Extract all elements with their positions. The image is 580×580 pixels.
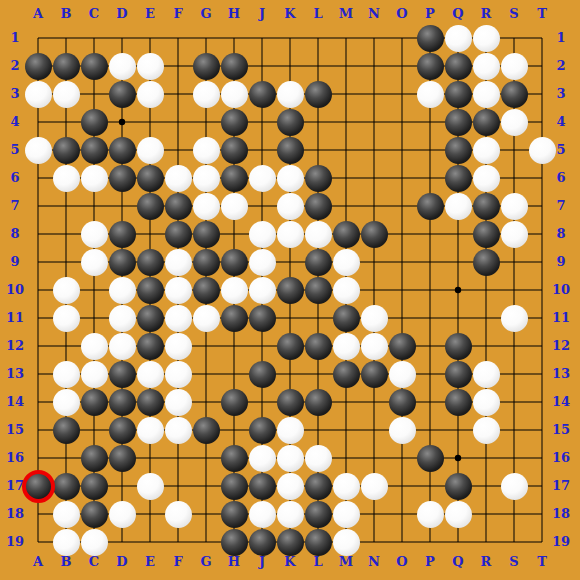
stone-black[interactable] xyxy=(445,389,472,416)
column-label: A xyxy=(24,554,52,570)
column-label: S xyxy=(500,554,528,570)
stone-white[interactable] xyxy=(333,473,360,500)
stone-black[interactable] xyxy=(221,53,248,80)
stone-white[interactable] xyxy=(333,249,360,276)
stone-white[interactable] xyxy=(501,473,528,500)
stone-white[interactable] xyxy=(249,249,276,276)
row-label: 12 xyxy=(1,338,29,354)
stone-white[interactable] xyxy=(165,249,192,276)
column-label: C xyxy=(80,6,108,22)
column-label: D xyxy=(108,554,136,570)
stone-white[interactable] xyxy=(193,81,220,108)
column-label: A xyxy=(24,6,52,22)
row-label: 11 xyxy=(547,310,575,326)
stone-black[interactable] xyxy=(277,109,304,136)
stone-white[interactable] xyxy=(137,137,164,164)
stone-white[interactable] xyxy=(361,473,388,500)
stone-black[interactable] xyxy=(81,109,108,136)
stone-black[interactable] xyxy=(81,473,108,500)
stone-black[interactable] xyxy=(221,529,248,556)
row-label: 14 xyxy=(547,394,575,410)
stone-white[interactable] xyxy=(81,361,108,388)
stone-black[interactable] xyxy=(249,473,276,500)
stone-white[interactable] xyxy=(137,53,164,80)
row-label: 19 xyxy=(1,534,29,550)
stone-black[interactable] xyxy=(445,333,472,360)
stone-white[interactable] xyxy=(221,193,248,220)
star-point xyxy=(455,455,461,461)
row-label: 9 xyxy=(1,254,29,270)
stone-white[interactable] xyxy=(249,277,276,304)
stone-black[interactable] xyxy=(165,193,192,220)
stone-black[interactable] xyxy=(473,221,500,248)
row-label: 1 xyxy=(547,30,575,46)
column-label: L xyxy=(304,554,332,570)
stone-black[interactable] xyxy=(81,501,108,528)
column-label: B xyxy=(52,6,80,22)
stone-black[interactable] xyxy=(389,333,416,360)
column-label: F xyxy=(164,6,192,22)
stone-white[interactable] xyxy=(277,473,304,500)
stone-black[interactable] xyxy=(389,389,416,416)
stone-white[interactable] xyxy=(81,165,108,192)
stone-black[interactable] xyxy=(109,81,136,108)
stone-white[interactable] xyxy=(389,361,416,388)
stone-white[interactable] xyxy=(165,165,192,192)
stone-black[interactable] xyxy=(277,137,304,164)
stone-white[interactable] xyxy=(445,193,472,220)
row-label: 15 xyxy=(547,422,575,438)
stone-white[interactable] xyxy=(501,109,528,136)
row-label: 3 xyxy=(547,86,575,102)
stone-white[interactable] xyxy=(361,333,388,360)
row-label: 8 xyxy=(547,226,575,242)
row-label: 7 xyxy=(547,198,575,214)
stone-white[interactable] xyxy=(137,81,164,108)
stone-white[interactable] xyxy=(193,165,220,192)
column-label: P xyxy=(416,6,444,22)
column-label: H xyxy=(220,6,248,22)
stone-white[interactable] xyxy=(193,305,220,332)
stone-white[interactable] xyxy=(417,501,444,528)
row-label: 18 xyxy=(547,506,575,522)
stone-white[interactable] xyxy=(165,389,192,416)
stone-white[interactable] xyxy=(165,417,192,444)
stone-white[interactable] xyxy=(137,473,164,500)
row-label: 4 xyxy=(547,114,575,130)
stone-white[interactable] xyxy=(249,221,276,248)
stone-white[interactable] xyxy=(109,501,136,528)
column-label: K xyxy=(276,554,304,570)
stone-black[interactable] xyxy=(445,361,472,388)
stone-white[interactable] xyxy=(333,501,360,528)
stone-black[interactable] xyxy=(445,165,472,192)
stone-black[interactable] xyxy=(109,165,136,192)
stone-black[interactable] xyxy=(109,249,136,276)
stone-black[interactable] xyxy=(305,473,332,500)
stone-black[interactable] xyxy=(445,137,472,164)
column-label: G xyxy=(192,554,220,570)
stone-black[interactable] xyxy=(417,445,444,472)
column-label: J xyxy=(248,6,276,22)
stone-white[interactable] xyxy=(109,333,136,360)
stone-black[interactable] xyxy=(249,361,276,388)
stone-black[interactable] xyxy=(193,417,220,444)
row-label: 10 xyxy=(1,282,29,298)
stone-white[interactable] xyxy=(333,529,360,556)
stone-white[interactable] xyxy=(53,277,80,304)
stone-black[interactable] xyxy=(81,389,108,416)
stone-black[interactable] xyxy=(221,473,248,500)
stone-white[interactable] xyxy=(249,165,276,192)
stone-black[interactable] xyxy=(305,529,332,556)
stone-black[interactable] xyxy=(473,193,500,220)
column-label: P xyxy=(416,554,444,570)
star-point xyxy=(455,287,461,293)
stone-white[interactable] xyxy=(53,389,80,416)
row-label: 7 xyxy=(1,198,29,214)
stone-black[interactable] xyxy=(361,221,388,248)
stone-white[interactable] xyxy=(249,501,276,528)
row-label: 4 xyxy=(1,114,29,130)
column-label: T xyxy=(528,6,556,22)
row-label: 1 xyxy=(1,30,29,46)
stone-black[interactable] xyxy=(221,109,248,136)
stone-black[interactable] xyxy=(221,445,248,472)
stone-black[interactable] xyxy=(81,445,108,472)
stone-white[interactable] xyxy=(81,529,108,556)
stone-black[interactable] xyxy=(137,249,164,276)
stone-black[interactable] xyxy=(417,53,444,80)
stone-white[interactable] xyxy=(53,305,80,332)
stone-black[interactable] xyxy=(221,165,248,192)
stone-black[interactable] xyxy=(277,277,304,304)
stone-white[interactable] xyxy=(165,305,192,332)
stone-black[interactable] xyxy=(193,249,220,276)
stone-black[interactable] xyxy=(193,53,220,80)
stone-white[interactable] xyxy=(473,361,500,388)
stone-white[interactable] xyxy=(193,193,220,220)
stone-black[interactable] xyxy=(53,53,80,80)
stone-white[interactable] xyxy=(277,221,304,248)
stone-black[interactable] xyxy=(137,193,164,220)
stone-black[interactable] xyxy=(109,417,136,444)
stone-black[interactable] xyxy=(445,473,472,500)
stone-white[interactable] xyxy=(53,501,80,528)
stone-white[interactable] xyxy=(333,333,360,360)
stone-white[interactable] xyxy=(137,417,164,444)
stone-white[interactable] xyxy=(501,221,528,248)
column-label: Q xyxy=(444,6,472,22)
stone-white[interactable] xyxy=(277,165,304,192)
stone-white[interactable] xyxy=(165,277,192,304)
stone-white[interactable] xyxy=(109,53,136,80)
stone-black[interactable] xyxy=(249,81,276,108)
column-label: N xyxy=(360,554,388,570)
stone-black[interactable] xyxy=(305,193,332,220)
stone-black[interactable] xyxy=(305,165,332,192)
stone-white[interactable] xyxy=(473,389,500,416)
column-label: O xyxy=(388,554,416,570)
stone-white[interactable] xyxy=(501,193,528,220)
stone-black[interactable] xyxy=(25,473,52,500)
column-label: M xyxy=(332,554,360,570)
column-label: R xyxy=(472,554,500,570)
stone-white[interactable] xyxy=(25,137,52,164)
stone-black[interactable] xyxy=(137,305,164,332)
column-label: M xyxy=(332,6,360,22)
column-label: C xyxy=(80,554,108,570)
stone-black[interactable] xyxy=(165,221,192,248)
stone-black[interactable] xyxy=(137,333,164,360)
stone-white[interactable] xyxy=(501,305,528,332)
stone-black[interactable] xyxy=(193,277,220,304)
row-label: 2 xyxy=(547,58,575,74)
column-label: R xyxy=(472,6,500,22)
column-label: O xyxy=(388,6,416,22)
stone-white[interactable] xyxy=(165,333,192,360)
stone-white[interactable] xyxy=(193,137,220,164)
stone-black[interactable] xyxy=(305,333,332,360)
stone-black[interactable] xyxy=(473,249,500,276)
stone-white[interactable] xyxy=(165,361,192,388)
stone-black[interactable] xyxy=(25,53,52,80)
stone-black[interactable] xyxy=(361,361,388,388)
stone-white[interactable] xyxy=(137,361,164,388)
stone-black[interactable] xyxy=(221,501,248,528)
row-label: 8 xyxy=(1,226,29,242)
column-label: L xyxy=(304,6,332,22)
column-label: E xyxy=(136,554,164,570)
row-label: 10 xyxy=(547,282,575,298)
column-label: T xyxy=(528,554,556,570)
row-label: 9 xyxy=(547,254,575,270)
stone-white[interactable] xyxy=(109,277,136,304)
stone-black[interactable] xyxy=(445,109,472,136)
stone-black[interactable] xyxy=(53,473,80,500)
stone-white[interactable] xyxy=(277,193,304,220)
row-label: 12 xyxy=(547,338,575,354)
stone-black[interactable] xyxy=(333,221,360,248)
row-label: 14 xyxy=(1,394,29,410)
stone-white[interactable] xyxy=(277,445,304,472)
stone-white[interactable] xyxy=(53,165,80,192)
stone-white[interactable] xyxy=(221,277,248,304)
row-label: 17 xyxy=(547,478,575,494)
stone-black[interactable] xyxy=(193,221,220,248)
stone-white[interactable] xyxy=(305,221,332,248)
stone-black[interactable] xyxy=(333,361,360,388)
stone-black[interactable] xyxy=(277,389,304,416)
stone-white[interactable] xyxy=(389,417,416,444)
stone-white[interactable] xyxy=(277,417,304,444)
stone-white[interactable] xyxy=(277,501,304,528)
stone-black[interactable] xyxy=(221,389,248,416)
stone-black[interactable] xyxy=(221,249,248,276)
stone-black[interactable] xyxy=(277,529,304,556)
column-label: K xyxy=(276,6,304,22)
column-label: H xyxy=(220,554,248,570)
stone-white[interactable] xyxy=(81,221,108,248)
stone-white[interactable] xyxy=(81,333,108,360)
stone-black[interactable] xyxy=(277,333,304,360)
stone-white[interactable] xyxy=(53,81,80,108)
stone-white[interactable] xyxy=(417,81,444,108)
stone-white[interactable] xyxy=(81,249,108,276)
stone-white[interactable] xyxy=(529,137,556,164)
stone-black[interactable] xyxy=(137,165,164,192)
star-point xyxy=(119,119,125,125)
stone-black[interactable] xyxy=(137,389,164,416)
stone-black[interactable] xyxy=(305,501,332,528)
row-label: 6 xyxy=(1,170,29,186)
stone-black[interactable] xyxy=(81,53,108,80)
stone-white[interactable] xyxy=(109,305,136,332)
stone-white[interactable] xyxy=(221,81,248,108)
stone-black[interactable] xyxy=(473,109,500,136)
row-label: 16 xyxy=(547,450,575,466)
stone-black[interactable] xyxy=(417,193,444,220)
stone-black[interactable] xyxy=(137,277,164,304)
column-label: B xyxy=(52,554,80,570)
stone-black[interactable] xyxy=(249,417,276,444)
column-label: E xyxy=(136,6,164,22)
stone-black[interactable] xyxy=(109,221,136,248)
stone-black[interactable] xyxy=(53,137,80,164)
column-label: D xyxy=(108,6,136,22)
stone-white[interactable] xyxy=(445,25,472,52)
row-label: 19 xyxy=(547,534,575,550)
stone-black[interactable] xyxy=(305,81,332,108)
stone-white[interactable] xyxy=(249,445,276,472)
stone-white[interactable] xyxy=(53,361,80,388)
stone-white[interactable] xyxy=(473,417,500,444)
stone-white[interactable] xyxy=(473,165,500,192)
stone-black[interactable] xyxy=(109,361,136,388)
stone-black[interactable] xyxy=(305,389,332,416)
stone-black[interactable] xyxy=(109,389,136,416)
stone-black[interactable] xyxy=(333,305,360,332)
stone-black[interactable] xyxy=(417,25,444,52)
row-label: 18 xyxy=(1,506,29,522)
row-label: 13 xyxy=(1,366,29,382)
stone-white[interactable] xyxy=(473,137,500,164)
stone-black[interactable] xyxy=(305,249,332,276)
stone-white[interactable] xyxy=(445,501,472,528)
stone-white[interactable] xyxy=(501,53,528,80)
row-label: 13 xyxy=(547,366,575,382)
column-label: N xyxy=(360,6,388,22)
stone-white[interactable] xyxy=(333,277,360,304)
stone-white[interactable] xyxy=(53,529,80,556)
stone-white[interactable] xyxy=(473,53,500,80)
stone-black[interactable] xyxy=(109,137,136,164)
column-label: Q xyxy=(444,554,472,570)
stone-white[interactable] xyxy=(25,81,52,108)
column-label: S xyxy=(500,6,528,22)
stone-black[interactable] xyxy=(81,137,108,164)
stone-black[interactable] xyxy=(501,81,528,108)
stone-black[interactable] xyxy=(53,417,80,444)
stone-black[interactable] xyxy=(109,445,136,472)
stone-black[interactable] xyxy=(249,305,276,332)
row-label: 15 xyxy=(1,422,29,438)
column-label: J xyxy=(248,554,276,570)
stone-white[interactable] xyxy=(473,25,500,52)
stone-white[interactable] xyxy=(277,81,304,108)
column-label: G xyxy=(192,6,220,22)
row-label: 11 xyxy=(1,310,29,326)
go-board: ABCDEFGHJKLMNOPQRST ABCDEFGHJKLMNOPQRST … xyxy=(0,0,580,580)
stone-white[interactable] xyxy=(305,445,332,472)
stone-white[interactable] xyxy=(473,81,500,108)
stone-black[interactable] xyxy=(305,277,332,304)
stone-black[interactable] xyxy=(221,137,248,164)
stone-black[interactable] xyxy=(445,81,472,108)
stone-black[interactable] xyxy=(221,305,248,332)
row-label: 6 xyxy=(547,170,575,186)
row-label: 16 xyxy=(1,450,29,466)
stone-white[interactable] xyxy=(361,305,388,332)
stone-black[interactable] xyxy=(445,53,472,80)
column-label: F xyxy=(164,554,192,570)
stone-white[interactable] xyxy=(165,501,192,528)
stone-black[interactable] xyxy=(249,529,276,556)
